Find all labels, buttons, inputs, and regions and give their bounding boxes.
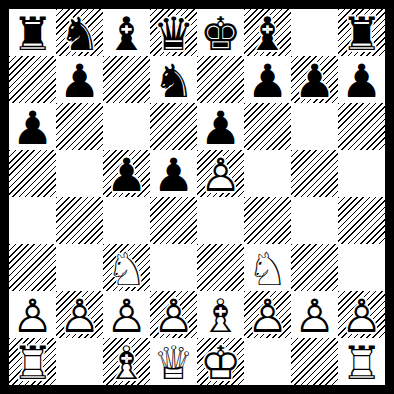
square-g4[interactable] [291, 197, 338, 244]
piece-white-knight-icon: ♘ [103, 245, 150, 291]
square-b6[interactable] [56, 103, 103, 150]
square-b1[interactable] [56, 338, 103, 385]
square-d8[interactable]: ♛♛ [150, 9, 197, 56]
piece-black-king-icon: ♚ [197, 10, 244, 56]
piece-halo: ♜ [9, 339, 56, 385]
piece-halo: ♟ [56, 292, 103, 338]
piece-halo: ♟ [9, 104, 56, 150]
piece-halo: ♟ [244, 292, 291, 338]
square-c2[interactable]: ♟♙ [103, 291, 150, 338]
piece-black-rook-icon: ♜ [9, 10, 56, 56]
piece-white-pawn-icon: ♙ [291, 292, 338, 338]
piece-white-pawn-icon: ♙ [197, 151, 244, 197]
square-f4[interactable] [244, 197, 291, 244]
piece-halo: ♞ [150, 57, 197, 103]
square-f8[interactable]: ♝♝ [244, 9, 291, 56]
square-h2[interactable]: ♟♙ [338, 291, 385, 338]
piece-white-pawn-icon: ♙ [56, 292, 103, 338]
square-a2[interactable]: ♟♙ [9, 291, 56, 338]
square-b8[interactable]: ♞♞ [56, 9, 103, 56]
piece-halo: ♝ [244, 10, 291, 56]
square-b3[interactable] [56, 244, 103, 291]
square-c5[interactable]: ♟♟ [103, 150, 150, 197]
piece-halo: ♟ [197, 151, 244, 197]
square-a8[interactable]: ♜♜ [9, 9, 56, 56]
piece-black-pawn-icon: ♟ [150, 151, 197, 197]
piece-black-pawn-icon: ♟ [9, 104, 56, 150]
square-c7[interactable] [103, 56, 150, 103]
square-a5[interactable] [9, 150, 56, 197]
piece-halo: ♚ [197, 10, 244, 56]
square-c1[interactable]: ♝♗ [103, 338, 150, 385]
piece-halo: ♟ [291, 57, 338, 103]
piece-halo: ♟ [103, 151, 150, 197]
square-g6[interactable] [291, 103, 338, 150]
square-h8[interactable]: ♜♜ [338, 9, 385, 56]
square-h6[interactable] [338, 103, 385, 150]
square-h5[interactable] [338, 150, 385, 197]
square-f3[interactable]: ♞♘ [244, 244, 291, 291]
piece-white-king-icon: ♔ [197, 339, 244, 385]
piece-halo: ♟ [197, 104, 244, 150]
square-g2[interactable]: ♟♙ [291, 291, 338, 338]
piece-halo: ♝ [103, 10, 150, 56]
square-e1[interactable]: ♚♔ [197, 338, 244, 385]
piece-white-pawn-icon: ♙ [103, 292, 150, 338]
square-h3[interactable] [338, 244, 385, 291]
piece-halo: ♝ [197, 292, 244, 338]
square-a6[interactable]: ♟♟ [9, 103, 56, 150]
square-b5[interactable] [56, 150, 103, 197]
piece-halo: ♟ [244, 57, 291, 103]
piece-white-rook-icon: ♖ [338, 339, 385, 385]
piece-black-pawn-icon: ♟ [291, 57, 338, 103]
square-h4[interactable] [338, 197, 385, 244]
square-f7[interactable]: ♟♟ [244, 56, 291, 103]
square-f5[interactable] [244, 150, 291, 197]
square-d2[interactable]: ♟♙ [150, 291, 197, 338]
piece-white-rook-icon: ♖ [9, 339, 56, 385]
piece-black-pawn-icon: ♟ [244, 57, 291, 103]
piece-halo: ♟ [103, 292, 150, 338]
square-g3[interactable] [291, 244, 338, 291]
piece-halo: ♟ [338, 292, 385, 338]
square-f1[interactable] [244, 338, 291, 385]
piece-halo: ♟ [150, 151, 197, 197]
piece-halo: ♟ [338, 57, 385, 103]
square-d3[interactable] [150, 244, 197, 291]
piece-halo: ♟ [150, 292, 197, 338]
piece-halo: ♛ [150, 10, 197, 56]
piece-halo: ♜ [338, 339, 385, 385]
square-b4[interactable] [56, 197, 103, 244]
piece-halo: ♞ [103, 245, 150, 291]
piece-halo: ♜ [338, 10, 385, 56]
square-e5[interactable]: ♟♙ [197, 150, 244, 197]
piece-halo: ♞ [244, 245, 291, 291]
square-b2[interactable]: ♟♙ [56, 291, 103, 338]
square-a3[interactable] [9, 244, 56, 291]
square-e7[interactable] [197, 56, 244, 103]
square-c6[interactable] [103, 103, 150, 150]
square-h7[interactable]: ♟♟ [338, 56, 385, 103]
piece-white-pawn-icon: ♙ [150, 292, 197, 338]
square-g8[interactable] [291, 9, 338, 56]
piece-black-knight-icon: ♞ [150, 57, 197, 103]
piece-black-pawn-icon: ♟ [103, 151, 150, 197]
chess-board-frame: ♜♜♞♞♝♝♛♛♚♚♝♝♜♜♟♟♞♞♟♟♟♟♟♟♟♟♟♟♟♟♟♟♟♙♞♘♞♘♟♙… [0, 0, 394, 394]
square-e8[interactable]: ♚♚ [197, 9, 244, 56]
piece-black-pawn-icon: ♟ [197, 104, 244, 150]
square-d5[interactable]: ♟♟ [150, 150, 197, 197]
square-e6[interactable]: ♟♟ [197, 103, 244, 150]
piece-halo: ♜ [9, 10, 56, 56]
square-g5[interactable] [291, 150, 338, 197]
piece-halo: ♚ [197, 339, 244, 385]
square-g1[interactable] [291, 338, 338, 385]
square-h1[interactable]: ♜♖ [338, 338, 385, 385]
square-a1[interactable]: ♜♖ [9, 338, 56, 385]
piece-halo: ♟ [56, 57, 103, 103]
piece-white-queen-icon: ♕ [150, 339, 197, 385]
square-a4[interactable] [9, 197, 56, 244]
piece-black-bishop-icon: ♝ [244, 10, 291, 56]
piece-black-knight-icon: ♞ [56, 10, 103, 56]
square-f6[interactable] [244, 103, 291, 150]
piece-black-pawn-icon: ♟ [338, 57, 385, 103]
square-b7[interactable]: ♟♟ [56, 56, 103, 103]
piece-halo: ♛ [150, 339, 197, 385]
square-a7[interactable] [9, 56, 56, 103]
square-g7[interactable]: ♟♟ [291, 56, 338, 103]
square-e3[interactable] [197, 244, 244, 291]
piece-white-bishop-icon: ♗ [197, 292, 244, 338]
piece-white-pawn-icon: ♙ [338, 292, 385, 338]
piece-white-knight-icon: ♘ [244, 245, 291, 291]
piece-black-rook-icon: ♜ [338, 10, 385, 56]
square-e2[interactable]: ♝♗ [197, 291, 244, 338]
square-d1[interactable]: ♛♕ [150, 338, 197, 385]
piece-halo: ♞ [56, 10, 103, 56]
square-c8[interactable]: ♝♝ [103, 9, 150, 56]
piece-black-bishop-icon: ♝ [103, 10, 150, 56]
piece-white-pawn-icon: ♙ [9, 292, 56, 338]
square-d7[interactable]: ♞♞ [150, 56, 197, 103]
piece-halo: ♝ [103, 339, 150, 385]
chess-board: ♜♜♞♞♝♝♛♛♚♚♝♝♜♜♟♟♞♞♟♟♟♟♟♟♟♟♟♟♟♟♟♟♟♙♞♘♞♘♟♙… [9, 9, 385, 385]
square-c4[interactable] [103, 197, 150, 244]
piece-halo: ♟ [291, 292, 338, 338]
piece-halo: ♟ [9, 292, 56, 338]
piece-black-pawn-icon: ♟ [56, 57, 103, 103]
piece-white-pawn-icon: ♙ [244, 292, 291, 338]
piece-white-bishop-icon: ♗ [103, 339, 150, 385]
square-e4[interactable] [197, 197, 244, 244]
square-d4[interactable] [150, 197, 197, 244]
square-d6[interactable] [150, 103, 197, 150]
square-f2[interactable]: ♟♙ [244, 291, 291, 338]
piece-black-queen-icon: ♛ [150, 10, 197, 56]
square-c3[interactable]: ♞♘ [103, 244, 150, 291]
